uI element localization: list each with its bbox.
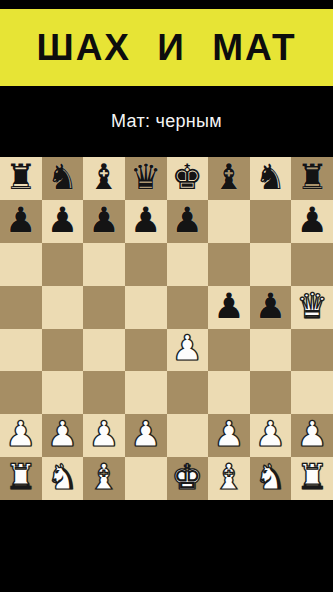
square-e5[interactable] — [167, 286, 209, 329]
square-e3[interactable] — [167, 371, 209, 414]
square-c6[interactable] — [83, 243, 125, 286]
square-h1[interactable]: ♜ — [291, 457, 333, 500]
square-c4[interactable] — [83, 329, 125, 372]
white-rook: ♜ — [5, 460, 36, 495]
black-queen: ♛ — [130, 160, 161, 195]
square-a4[interactable] — [0, 329, 42, 372]
square-f1[interactable]: ♝ — [208, 457, 250, 500]
square-a5[interactable] — [0, 286, 42, 329]
square-h8[interactable]: ♜ — [291, 157, 333, 200]
square-e4[interactable]: ♟ — [167, 329, 209, 372]
square-h5[interactable]: ♛ — [291, 286, 333, 329]
square-f6[interactable] — [208, 243, 250, 286]
square-d3[interactable] — [125, 371, 167, 414]
square-f8[interactable]: ♝ — [208, 157, 250, 200]
square-c3[interactable] — [83, 371, 125, 414]
white-knight: ♞ — [47, 460, 78, 495]
white-pawn: ♟ — [5, 417, 36, 452]
square-g6[interactable] — [250, 243, 292, 286]
square-b6[interactable] — [42, 243, 84, 286]
white-pawn: ♟ — [213, 417, 244, 452]
black-pawn: ♟ — [213, 289, 244, 324]
top-black-bar — [0, 0, 333, 9]
square-h7[interactable]: ♟ — [291, 200, 333, 243]
square-h4[interactable] — [291, 329, 333, 372]
square-d6[interactable] — [125, 243, 167, 286]
square-b3[interactable] — [42, 371, 84, 414]
title-banner: ШАХ И МАТ — [0, 9, 333, 86]
square-a7[interactable]: ♟ — [0, 200, 42, 243]
white-king: ♚ — [172, 460, 203, 495]
square-f3[interactable] — [208, 371, 250, 414]
square-d2[interactable]: ♟ — [125, 414, 167, 457]
square-g3[interactable] — [250, 371, 292, 414]
white-bishop: ♝ — [88, 460, 119, 495]
black-pawn: ♟ — [296, 203, 327, 238]
black-pawn: ♟ — [5, 203, 36, 238]
black-pawn: ♟ — [172, 203, 203, 238]
black-pawn: ♟ — [88, 203, 119, 238]
black-pawn: ♟ — [130, 203, 161, 238]
square-a8[interactable]: ♜ — [0, 157, 42, 200]
black-rook: ♜ — [5, 160, 36, 195]
square-g2[interactable]: ♟ — [250, 414, 292, 457]
app-screen: ШАХ И МАТ Мат: черным ♜♞♝♛♚♝♞♜♟♟♟♟♟♟♟♟♛♟… — [0, 0, 333, 592]
square-c2[interactable]: ♟ — [83, 414, 125, 457]
square-a6[interactable] — [0, 243, 42, 286]
white-pawn: ♟ — [255, 417, 286, 452]
app-title: ШАХ И МАТ — [36, 29, 296, 66]
white-pawn: ♟ — [296, 417, 327, 452]
square-d4[interactable] — [125, 329, 167, 372]
square-g5[interactable]: ♟ — [250, 286, 292, 329]
square-h3[interactable] — [291, 371, 333, 414]
square-b2[interactable]: ♟ — [42, 414, 84, 457]
black-bishop: ♝ — [213, 160, 244, 195]
square-d1[interactable] — [125, 457, 167, 500]
white-pawn: ♟ — [130, 417, 161, 452]
white-rook: ♜ — [296, 460, 327, 495]
square-b5[interactable] — [42, 286, 84, 329]
square-c5[interactable] — [83, 286, 125, 329]
black-knight: ♞ — [47, 160, 78, 195]
square-g8[interactable]: ♞ — [250, 157, 292, 200]
white-bishop: ♝ — [213, 460, 244, 495]
status-message: Мат: черным — [111, 111, 222, 132]
bottom-black-area — [0, 500, 333, 592]
square-a3[interactable] — [0, 371, 42, 414]
square-g1[interactable]: ♞ — [250, 457, 292, 500]
square-e7[interactable]: ♟ — [167, 200, 209, 243]
square-h6[interactable] — [291, 243, 333, 286]
square-e8[interactable]: ♚ — [167, 157, 209, 200]
square-e2[interactable] — [167, 414, 209, 457]
square-f7[interactable] — [208, 200, 250, 243]
black-pawn: ♟ — [47, 203, 78, 238]
square-d5[interactable] — [125, 286, 167, 329]
square-e1[interactable]: ♚ — [167, 457, 209, 500]
white-pawn: ♟ — [172, 331, 203, 366]
square-a1[interactable]: ♜ — [0, 457, 42, 500]
white-queen: ♛ — [296, 289, 327, 324]
square-g4[interactable] — [250, 329, 292, 372]
square-f2[interactable]: ♟ — [208, 414, 250, 457]
white-knight: ♞ — [255, 460, 286, 495]
white-pawn: ♟ — [47, 417, 78, 452]
chess-board: ♜♞♝♛♚♝♞♜♟♟♟♟♟♟♟♟♛♟♟♟♟♟♟♟♟♜♞♝♚♝♞♜ — [0, 157, 333, 500]
black-king: ♚ — [172, 160, 203, 195]
black-bishop: ♝ — [88, 160, 119, 195]
square-b1[interactable]: ♞ — [42, 457, 84, 500]
square-c8[interactable]: ♝ — [83, 157, 125, 200]
square-b4[interactable] — [42, 329, 84, 372]
square-d7[interactable]: ♟ — [125, 200, 167, 243]
square-a2[interactable]: ♟ — [0, 414, 42, 457]
square-g7[interactable] — [250, 200, 292, 243]
square-c1[interactable]: ♝ — [83, 457, 125, 500]
black-pawn: ♟ — [255, 289, 286, 324]
square-f4[interactable] — [208, 329, 250, 372]
square-e6[interactable] — [167, 243, 209, 286]
black-rook: ♜ — [296, 160, 327, 195]
square-b7[interactable]: ♟ — [42, 200, 84, 243]
white-pawn: ♟ — [88, 417, 119, 452]
status-band: Мат: черным — [0, 86, 333, 157]
square-d8[interactable]: ♛ — [125, 157, 167, 200]
square-f5[interactable]: ♟ — [208, 286, 250, 329]
black-knight: ♞ — [255, 160, 286, 195]
square-b8[interactable]: ♞ — [42, 157, 84, 200]
square-h2[interactable]: ♟ — [291, 414, 333, 457]
square-c7[interactable]: ♟ — [83, 200, 125, 243]
